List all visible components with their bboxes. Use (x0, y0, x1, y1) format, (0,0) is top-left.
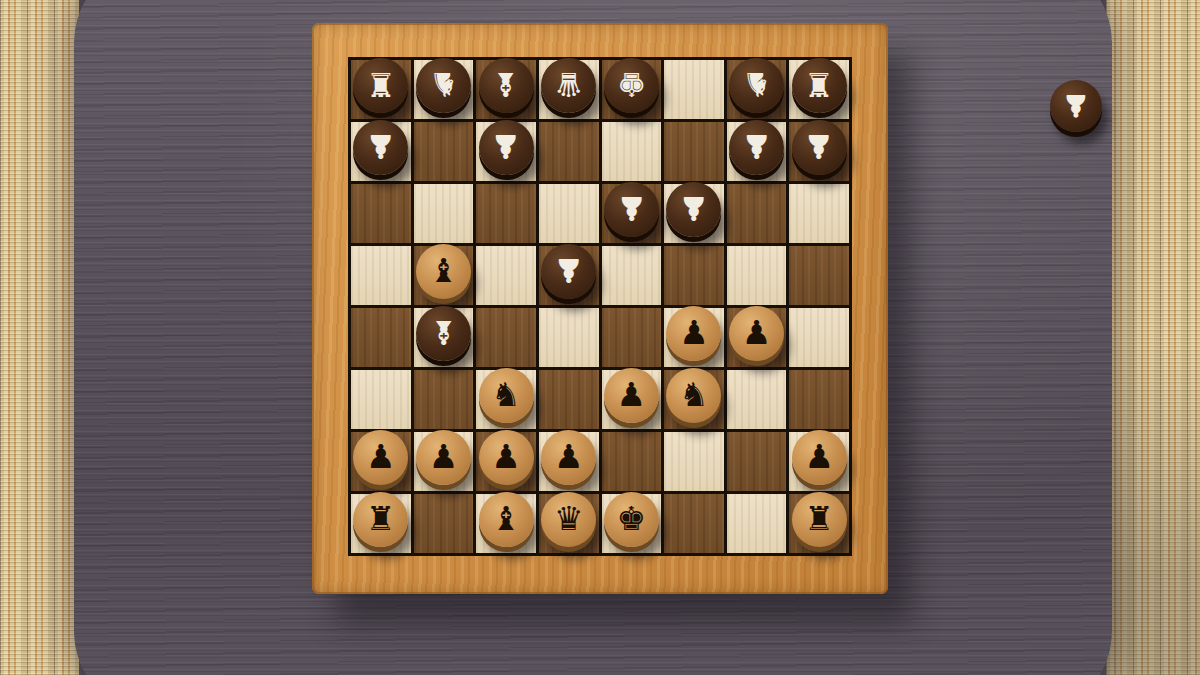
square-f2[interactable] (664, 432, 724, 491)
square-c8[interactable]: ♝ (476, 60, 536, 119)
piece-symbol-icon: ♜ (366, 502, 396, 535)
square-c4[interactable] (476, 308, 536, 367)
square-e5[interactable] (602, 246, 662, 305)
square-e6[interactable]: ♟ (602, 184, 662, 243)
square-b7[interactable] (414, 122, 474, 181)
square-b8[interactable]: ♞ (414, 60, 474, 119)
square-g8[interactable]: ♞ (727, 60, 787, 119)
square-b3[interactable] (414, 370, 474, 429)
piece-symbol-icon: ♟ (554, 440, 584, 473)
square-g2[interactable] (727, 432, 787, 491)
piece-symbol-icon: ♟ (679, 192, 709, 225)
square-d7[interactable] (539, 122, 599, 181)
square-c1[interactable]: ♝ (476, 494, 536, 553)
square-h7[interactable]: ♟ (789, 122, 849, 181)
square-g5[interactable] (727, 246, 787, 305)
piece-white-rook[interactable]: ♜ (792, 492, 847, 547)
square-d4[interactable] (539, 308, 599, 367)
square-b4[interactable]: ♝ (414, 308, 474, 367)
piece-white-pawn[interactable]: ♟ (479, 430, 534, 485)
square-e2[interactable] (602, 432, 662, 491)
square-h8[interactable]: ♜ (789, 60, 849, 119)
square-d5[interactable]: ♟ (539, 246, 599, 305)
piece-white-bishop[interactable]: ♝ (416, 244, 471, 299)
square-d6[interactable] (539, 184, 599, 243)
piece-black-pawn[interactable]: ♟ (604, 182, 659, 237)
square-c7[interactable]: ♟ (476, 122, 536, 181)
piece-symbol-icon: ♟ (554, 254, 584, 287)
piece-symbol-icon: ♟ (491, 130, 521, 163)
square-a7[interactable]: ♟ (351, 122, 411, 181)
square-e3[interactable]: ♟ (602, 370, 662, 429)
piece-symbol-icon: ♛ (554, 68, 584, 101)
square-a2[interactable]: ♟ (351, 432, 411, 491)
piece-symbol-icon: ♟ (679, 316, 709, 349)
square-h2[interactable]: ♟ (789, 432, 849, 491)
piece-black-pawn[interactable]: ♟ (541, 244, 596, 299)
piece-symbol-icon: ♟ (804, 130, 834, 163)
piece-white-bishop[interactable]: ♝ (479, 492, 534, 547)
square-a8[interactable]: ♜ (351, 60, 411, 119)
piece-symbol-icon: ♚ (617, 68, 647, 101)
piece-black-pawn[interactable]: ♟ (479, 120, 534, 175)
piece-symbol-icon: ♜ (804, 502, 834, 535)
piece-white-pawn[interactable]: ♟ (604, 368, 659, 423)
piece-symbol-icon: ♞ (429, 68, 459, 101)
square-b1[interactable] (414, 494, 474, 553)
piece-black-knight[interactable]: ♞ (729, 58, 784, 113)
square-d2[interactable]: ♟ (539, 432, 599, 491)
square-h5[interactable] (789, 246, 849, 305)
square-c3[interactable]: ♞ (476, 370, 536, 429)
piece-white-knight[interactable]: ♞ (479, 368, 534, 423)
piece-symbol-icon: ♟ (491, 440, 521, 473)
square-a5[interactable] (351, 246, 411, 305)
piece-black-pawn[interactable]: ♟ (666, 182, 721, 237)
piece-white-pawn[interactable]: ♟ (353, 430, 408, 485)
piece-white-pawn[interactable]: ♟ (729, 306, 784, 361)
piece-black-pawn[interactable]: ♟ (792, 120, 847, 175)
piece-symbol-icon: ♝ (491, 502, 521, 535)
board-frame: ♜♞♝♛♚♞♜♟♟♟♟♟♟♝♟♝♟♟♞♟♞♟♟♟♟♟♜♝♛♚♜ (312, 23, 888, 594)
piece-white-pawn[interactable]: ♟ (666, 306, 721, 361)
square-d1[interactable]: ♛ (539, 494, 599, 553)
piece-symbol-icon: ♞ (491, 378, 521, 411)
piece-symbol-icon: ♟ (804, 440, 834, 473)
square-e8[interactable]: ♚ (602, 60, 662, 119)
piece-white-pawn[interactable]: ♟ (792, 430, 847, 485)
square-h4[interactable] (789, 308, 849, 367)
piece-white-king[interactable]: ♚ (604, 492, 659, 547)
piece-symbol-icon: ♟ (617, 378, 647, 411)
piece-black-king[interactable]: ♚ (604, 58, 659, 113)
square-h3[interactable] (789, 370, 849, 429)
square-h1[interactable]: ♜ (789, 494, 849, 553)
square-g6[interactable] (727, 184, 787, 243)
square-f8[interactable] (664, 60, 724, 119)
square-e7[interactable] (602, 122, 662, 181)
piece-symbol-icon: ♟ (366, 130, 396, 163)
square-f6[interactable]: ♟ (664, 184, 724, 243)
square-a4[interactable] (351, 308, 411, 367)
straw-mat-right (1106, 0, 1200, 675)
piece-black-queen[interactable]: ♛ (541, 58, 596, 113)
piece-symbol-icon: ♟ (617, 192, 647, 225)
captured-pieces-tray: ♟ (1050, 80, 1102, 132)
square-b2[interactable]: ♟ (414, 432, 474, 491)
chess-board: ♜♞♝♛♚♞♜♟♟♟♟♟♟♝♟♝♟♟♞♟♞♟♟♟♟♟♜♝♛♚♜ (348, 57, 852, 556)
square-f4[interactable]: ♟ (664, 308, 724, 367)
square-c5[interactable] (476, 246, 536, 305)
piece-white-queen[interactable]: ♛ (541, 492, 596, 547)
square-a6[interactable] (351, 184, 411, 243)
square-d8[interactable]: ♛ (539, 60, 599, 119)
piece-symbol-icon: ♜ (804, 68, 834, 101)
piece-white-knight[interactable]: ♞ (666, 368, 721, 423)
piece-black-pawn[interactable]: ♟ (729, 120, 784, 175)
square-g4[interactable]: ♟ (727, 308, 787, 367)
piece-black-bishop[interactable]: ♝ (479, 58, 534, 113)
piece-symbol-icon: ♟ (429, 440, 459, 473)
square-d3[interactable] (539, 370, 599, 429)
piece-symbol-icon: ♚ (617, 502, 647, 535)
piece-black-rook[interactable]: ♜ (792, 58, 847, 113)
piece-white-pawn[interactable]: ♟ (416, 430, 471, 485)
square-g1[interactable] (727, 494, 787, 553)
piece-white-pawn[interactable]: ♟ (541, 430, 596, 485)
piece-black-knight[interactable]: ♞ (416, 58, 471, 113)
square-f3[interactable]: ♞ (664, 370, 724, 429)
piece-symbol-icon: ♞ (742, 68, 772, 101)
piece-symbol-icon: ♝ (491, 68, 521, 101)
piece-black-pawn[interactable]: ♟ (353, 120, 408, 175)
game-scene: ♜♞♝♛♚♞♜♟♟♟♟♟♟♝♟♝♟♟♞♟♞♟♟♟♟♟♜♝♛♚♜ ♟ (0, 0, 1200, 675)
square-f7[interactable] (664, 122, 724, 181)
square-a3[interactable] (351, 370, 411, 429)
piece-symbol-icon: ♛ (554, 502, 584, 535)
piece-symbol-icon: ♝ (429, 316, 459, 349)
piece-symbol-icon: ♞ (679, 378, 709, 411)
square-h6[interactable] (789, 184, 849, 243)
piece-white-rook[interactable]: ♜ (353, 492, 408, 547)
piece-black-rook[interactable]: ♜ (353, 58, 408, 113)
square-a1[interactable]: ♜ (351, 494, 411, 553)
square-c6[interactable] (476, 184, 536, 243)
piece-symbol-icon: ♝ (429, 254, 459, 287)
square-f1[interactable] (664, 494, 724, 553)
square-e4[interactable] (602, 308, 662, 367)
piece-symbol-icon: ♟ (742, 130, 772, 163)
piece-symbol-icon: ♟ (742, 316, 772, 349)
captured-black-pawn[interactable]: ♟ (1050, 80, 1102, 132)
square-f5[interactable] (664, 246, 724, 305)
square-g7[interactable]: ♟ (727, 122, 787, 181)
square-g3[interactable] (727, 370, 787, 429)
square-b5[interactable]: ♝ (414, 246, 474, 305)
piece-symbol-icon: ♜ (366, 68, 396, 101)
square-e1[interactable]: ♚ (602, 494, 662, 553)
piece-black-bishop[interactable]: ♝ (416, 306, 471, 361)
square-b6[interactable] (414, 184, 474, 243)
straw-mat-left (0, 0, 79, 675)
piece-symbol-icon: ♟ (366, 440, 396, 473)
piece-symbol-icon: ♟ (1062, 90, 1090, 121)
square-c2[interactable]: ♟ (476, 432, 536, 491)
